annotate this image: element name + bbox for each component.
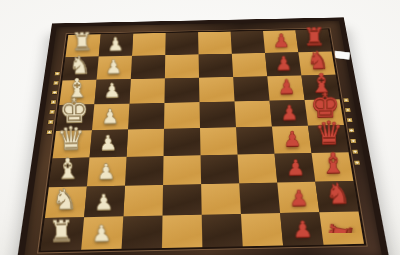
red-pawn[interactable]: ♟ — [286, 156, 305, 177]
red-pawn[interactable]: ♟ — [292, 217, 313, 240]
inlay-dot — [351, 148, 359, 154]
inlay-dot — [353, 159, 361, 165]
square-h7[interactable]: ♟ — [263, 30, 298, 53]
label-sticker — [334, 50, 351, 59]
square-b1[interactable]: ♞ — [45, 186, 87, 217]
inlay-dot — [52, 80, 59, 85]
square-f6[interactable] — [233, 76, 269, 101]
square-b5[interactable] — [201, 183, 241, 214]
inlay-dot — [51, 90, 58, 95]
square-b4[interactable] — [163, 184, 202, 215]
inlay-dot — [54, 71, 61, 76]
square-g3[interactable] — [131, 55, 166, 79]
chess-board: ♜♟♟♜♞♟♟♞♝♟♟♝♚♟♟♚♛♟♟♛♝♟♟♝♞♟♟♞♜♟♟♜ — [41, 29, 364, 250]
white-pawn[interactable]: ♟ — [99, 132, 118, 153]
square-g2[interactable]: ♟ — [97, 55, 132, 79]
square-c3[interactable] — [125, 156, 164, 186]
square-d5[interactable] — [200, 127, 238, 155]
square-a3[interactable] — [122, 215, 163, 248]
square-f4[interactable] — [164, 77, 199, 102]
red-pawn[interactable]: ♟ — [273, 30, 290, 49]
square-d3[interactable] — [127, 128, 164, 156]
square-c5[interactable] — [201, 154, 240, 184]
square-d2[interactable]: ♟ — [90, 129, 128, 157]
square-h2[interactable]: ♟ — [99, 33, 133, 56]
red-knight[interactable]: ♞ — [325, 179, 351, 208]
square-h3[interactable] — [132, 32, 166, 55]
square-g4[interactable] — [165, 54, 199, 78]
square-e2[interactable]: ♟ — [92, 103, 129, 130]
square-a2[interactable]: ♟ — [81, 216, 123, 249]
square-a5[interactable] — [202, 213, 243, 246]
square-e5[interactable] — [199, 101, 236, 128]
square-g6[interactable] — [232, 53, 267, 77]
square-d6[interactable] — [236, 126, 275, 154]
square-e6[interactable] — [235, 100, 272, 127]
red-rook[interactable]: ♜ — [324, 218, 357, 249]
square-a7[interactable]: ♟ — [280, 212, 323, 245]
red-pawn[interactable]: ♟ — [283, 128, 302, 149]
square-g7[interactable]: ♟ — [265, 52, 301, 76]
white-pawn[interactable]: ♟ — [101, 106, 119, 126]
chess-board-frame: ♜♟♟♜♞♟♟♞♝♟♟♝♚♟♟♚♛♟♟♛♝♟♟♝♞♟♟♞♜♟♟♜ — [16, 17, 390, 255]
white-pawn[interactable]: ♟ — [96, 160, 115, 181]
inlay-dot — [347, 127, 355, 132]
red-queen[interactable]: ♛ — [315, 116, 344, 148]
square-f7[interactable]: ♟ — [267, 75, 304, 100]
red-pawn[interactable]: ♟ — [289, 186, 309, 208]
square-a1[interactable]: ♜ — [41, 217, 84, 250]
square-b7[interactable]: ♟ — [277, 181, 319, 212]
square-h4[interactable] — [165, 32, 198, 55]
white-pawn[interactable]: ♟ — [91, 222, 112, 245]
red-bishop[interactable]: ♝ — [320, 148, 346, 177]
white-pawn[interactable]: ♟ — [105, 57, 122, 76]
square-a4[interactable] — [162, 214, 202, 247]
photo-scene: ♜♟♟♜♞♟♟♞♝♟♟♝♚♟♟♚♛♟♟♛♝♟♟♝♞♟♟♞♜♟♟♜ — [0, 0, 400, 255]
white-rook[interactable]: ♜ — [48, 216, 75, 246]
white-pawn[interactable]: ♟ — [94, 190, 114, 212]
white-knight[interactable]: ♞ — [52, 184, 78, 213]
inlay-dot — [349, 138, 357, 143]
square-e3[interactable] — [128, 102, 164, 129]
square-f2[interactable]: ♟ — [94, 79, 130, 104]
square-f3[interactable] — [129, 78, 164, 103]
square-b6[interactable] — [239, 182, 280, 213]
square-a6[interactable] — [241, 213, 283, 246]
square-a8[interactable]: ♜ — [319, 211, 364, 244]
square-c6[interactable] — [238, 153, 278, 183]
red-pawn[interactable]: ♟ — [275, 53, 292, 72]
inlay-dot — [50, 99, 57, 104]
inlay-dot — [48, 109, 56, 114]
white-bishop[interactable]: ♝ — [55, 154, 81, 183]
square-c7[interactable]: ♟ — [275, 152, 316, 182]
square-d4[interactable] — [164, 128, 201, 156]
square-d7[interactable]: ♟ — [272, 125, 312, 153]
inlay-dot — [344, 107, 352, 112]
square-h5[interactable] — [198, 31, 232, 54]
square-e7[interactable]: ♟ — [270, 99, 308, 126]
square-g5[interactable] — [199, 53, 234, 77]
inlay-dot — [346, 117, 354, 122]
square-e4[interactable] — [164, 102, 200, 129]
red-pawn[interactable]: ♟ — [278, 77, 296, 97]
square-f5[interactable] — [199, 76, 235, 101]
square-b8[interactable]: ♞ — [315, 180, 358, 211]
square-b2[interactable]: ♟ — [84, 185, 125, 216]
inlay-dot — [342, 97, 350, 102]
square-c4[interactable] — [163, 155, 201, 185]
square-c2[interactable]: ♟ — [87, 156, 127, 186]
white-queen[interactable]: ♛ — [57, 122, 86, 154]
square-b3[interactable] — [123, 184, 163, 215]
square-h6[interactable] — [231, 30, 266, 53]
white-pawn[interactable]: ♟ — [103, 80, 121, 100]
inlay-dot — [46, 129, 54, 134]
inlay-dot — [47, 119, 55, 124]
red-pawn[interactable]: ♟ — [280, 102, 298, 122]
white-pawn[interactable]: ♟ — [107, 34, 124, 53]
